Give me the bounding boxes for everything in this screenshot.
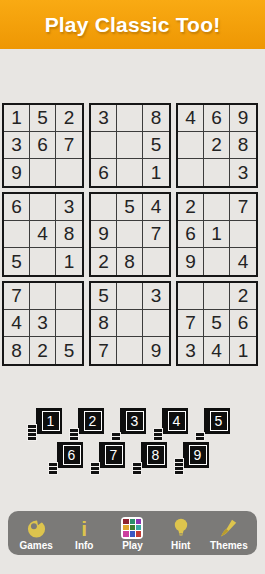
- board-band-1: 152367938561469283: [2, 103, 258, 188]
- sudoku-cell-r2c3[interactable]: 7: [56, 132, 82, 159]
- sudoku-cell-r9c2[interactable]: 2: [30, 337, 56, 364]
- sudoku-cell-r9c9[interactable]: 1: [230, 337, 256, 364]
- sudoku-cell-r3c8[interactable]: [204, 159, 230, 186]
- sudoku-cell-r2c7[interactable]: [178, 132, 204, 159]
- sudoku-cell-r6c7[interactable]: 9: [178, 248, 204, 275]
- info-icon: i: [81, 516, 87, 539]
- number-button-label: 7: [105, 445, 123, 465]
- sudoku-cell-r1c1[interactable]: 1: [4, 105, 30, 132]
- sudoku-cell-r7c5[interactable]: [117, 283, 143, 310]
- sudoku-cell-r1c4[interactable]: 3: [91, 105, 117, 132]
- sudoku-cell-r4c5[interactable]: 5: [117, 194, 143, 221]
- sudoku-cell-r8c1[interactable]: 4: [4, 310, 30, 337]
- sudoku-cell-r8c5[interactable]: [117, 310, 143, 337]
- sudoku-cell-r2c8[interactable]: 2: [204, 132, 230, 159]
- sudoku-cell-r4c1[interactable]: 6: [4, 194, 30, 221]
- toolbar-item-label: Info: [75, 540, 93, 551]
- number-button-3[interactable]: 3: [120, 408, 146, 434]
- sudoku-cell-r3c5[interactable]: [117, 159, 143, 186]
- sudoku-cell-r7c6[interactable]: 3: [143, 283, 169, 310]
- sudoku-cell-r9c5[interactable]: [117, 337, 143, 364]
- number-button-label: 5: [210, 411, 228, 431]
- sudoku-cell-r3c9[interactable]: 3: [230, 159, 256, 186]
- number-button-6[interactable]: 6: [57, 442, 83, 468]
- sudoku-cell-r7c9[interactable]: 2: [230, 283, 256, 310]
- sudoku-cell-r9c4[interactable]: 7: [91, 337, 117, 364]
- sudoku-box-7: 743825: [2, 281, 84, 366]
- sudoku-cell-r1c8[interactable]: 6: [204, 105, 230, 132]
- sudoku-cell-r6c9[interactable]: 4: [230, 248, 256, 275]
- sudoku-cell-r6c3[interactable]: 1: [56, 248, 82, 275]
- toolbar-item-themes[interactable]: Themes: [205, 516, 253, 551]
- bottom-toolbar: GamesiInfoPlayHintThemes: [8, 511, 257, 555]
- sudoku-cell-r9c7[interactable]: 3: [178, 337, 204, 364]
- number-button-label: 1: [42, 411, 60, 431]
- toolbar-item-label: Hint: [171, 540, 190, 551]
- sudoku-cell-r1c9[interactable]: 9: [230, 105, 256, 132]
- sudoku-cell-r7c4[interactable]: 5: [91, 283, 117, 310]
- sudoku-cell-r3c4[interactable]: 6: [91, 159, 117, 186]
- remaining-count-stack: [153, 429, 163, 441]
- sudoku-cell-r5c1[interactable]: [4, 221, 30, 248]
- sudoku-cell-r1c7[interactable]: 4: [178, 105, 204, 132]
- sudoku-cell-r5c4[interactable]: 9: [91, 221, 117, 248]
- sudoku-cell-r6c4[interactable]: 2: [91, 248, 117, 275]
- sudoku-cell-r5c6[interactable]: 7: [143, 221, 169, 248]
- sudoku-box-9: 2756341: [176, 281, 258, 366]
- sudoku-cell-r6c5[interactable]: 8: [117, 248, 143, 275]
- sudoku-cell-r5c8[interactable]: 1: [204, 221, 230, 248]
- board-band-3: 743825538792756341: [2, 281, 258, 366]
- number-button-5[interactable]: 5: [204, 408, 230, 434]
- sudoku-cell-r4c3[interactable]: 3: [56, 194, 82, 221]
- number-button-label: 8: [147, 445, 165, 465]
- remaining-count-stack: [27, 425, 37, 441]
- sudoku-cell-r4c2[interactable]: [30, 194, 56, 221]
- board-band-2: 634851549728276194: [2, 192, 258, 277]
- sudoku-app: Play Classic Too! 1523679385614692836348…: [0, 0, 265, 574]
- number-pad: 123456789: [0, 408, 265, 468]
- sudoku-cell-r9c3[interactable]: 5: [56, 337, 82, 364]
- sudoku-cell-r1c5[interactable]: [117, 105, 143, 132]
- sudoku-cell-r6c8[interactable]: [204, 248, 230, 275]
- sudoku-cell-r5c7[interactable]: 6: [178, 221, 204, 248]
- sudoku-cell-r8c4[interactable]: 8: [91, 310, 117, 337]
- number-button-8[interactable]: 8: [141, 442, 167, 468]
- sudoku-cell-r1c6[interactable]: 8: [143, 105, 169, 132]
- sudoku-cell-r5c3[interactable]: 8: [56, 221, 82, 248]
- sudoku-cell-r8c2[interactable]: 3: [30, 310, 56, 337]
- number-button-1[interactable]: 1: [36, 408, 62, 434]
- toolbar-item-label: Themes: [210, 540, 248, 551]
- sudoku-cell-r8c9[interactable]: 6: [230, 310, 256, 337]
- themes-brush-icon: [218, 516, 240, 539]
- toolbar-item-info[interactable]: iInfo: [60, 516, 108, 551]
- sudoku-cell-r4c6[interactable]: 4: [143, 194, 169, 221]
- sudoku-box-2: 38561: [89, 103, 171, 188]
- number-button-label: 3: [126, 411, 144, 431]
- sudoku-cell-r2c1[interactable]: 3: [4, 132, 30, 159]
- sudoku-cell-r2c4[interactable]: [91, 132, 117, 159]
- sudoku-cell-r3c7[interactable]: [178, 159, 204, 186]
- number-button-label: 4: [168, 411, 186, 431]
- remaining-count-stack: [111, 433, 121, 441]
- remaining-count-stack: [90, 463, 100, 475]
- sudoku-cell-r6c2[interactable]: [30, 248, 56, 275]
- sudoku-cell-r3c1[interactable]: 9: [4, 159, 30, 186]
- sudoku-cell-r8c8[interactable]: 5: [204, 310, 230, 337]
- sudoku-cell-r7c3[interactable]: [56, 283, 82, 310]
- toolbar-item-hint[interactable]: Hint: [157, 516, 205, 551]
- number-button-label: 9: [189, 445, 207, 465]
- sudoku-cell-r3c3[interactable]: [56, 159, 82, 186]
- number-button-4[interactable]: 4: [162, 408, 188, 434]
- sudoku-cell-r8c3[interactable]: [56, 310, 82, 337]
- sudoku-cell-r2c2[interactable]: 6: [30, 132, 56, 159]
- sudoku-cell-r7c1[interactable]: 7: [4, 283, 30, 310]
- sudoku-cell-r4c9[interactable]: 7: [230, 194, 256, 221]
- sudoku-box-8: 53879: [89, 281, 171, 366]
- remaining-count-stack: [195, 433, 205, 441]
- hint-bulb-icon: [171, 516, 191, 539]
- toolbar-item-play[interactable]: Play: [108, 516, 156, 551]
- number-button-7[interactable]: 7: [99, 442, 125, 468]
- sudoku-cell-r4c8[interactable]: [204, 194, 230, 221]
- sudoku-cell-r2c5[interactable]: [117, 132, 143, 159]
- header-title: Play Classic Too!: [45, 13, 221, 37]
- sudoku-box-1: 1523679: [2, 103, 84, 188]
- sudoku-cell-r3c6[interactable]: 1: [143, 159, 169, 186]
- remaining-count-stack: [174, 459, 184, 475]
- number-button-label: 6: [63, 445, 81, 465]
- sudoku-box-3: 469283: [176, 103, 258, 188]
- sudoku-cell-r5c5[interactable]: [117, 221, 143, 248]
- sudoku-cell-r8c6[interactable]: [143, 310, 169, 337]
- sudoku-cell-r9c1[interactable]: 8: [4, 337, 30, 364]
- numpad-row-1: 12345: [36, 408, 230, 434]
- play-grid-icon: [121, 516, 143, 539]
- sudoku-cell-r2c9[interactable]: 8: [230, 132, 256, 159]
- sudoku-cell-r6c6[interactable]: [143, 248, 169, 275]
- sudoku-cell-r7c2[interactable]: [30, 283, 56, 310]
- sudoku-cell-r5c9[interactable]: [230, 221, 256, 248]
- sudoku-cell-r9c6[interactable]: 9: [143, 337, 169, 364]
- sudoku-cell-r8c7[interactable]: 7: [178, 310, 204, 337]
- sudoku-cell-r1c2[interactable]: 5: [30, 105, 56, 132]
- sudoku-cell-r4c4[interactable]: [91, 194, 117, 221]
- sudoku-cell-r7c8[interactable]: [204, 283, 230, 310]
- sudoku-box-5: 549728: [89, 192, 171, 277]
- sudoku-cell-r4c7[interactable]: 2: [178, 194, 204, 221]
- number-button-9[interactable]: 9: [183, 442, 209, 468]
- toolbar-item-games[interactable]: Games: [12, 516, 60, 551]
- remaining-count-stack: [69, 429, 79, 441]
- games-icon: [26, 516, 47, 539]
- remaining-count-stack: [48, 463, 58, 475]
- sudoku-cell-r9c8[interactable]: 4: [204, 337, 230, 364]
- sudoku-box-6: 276194: [176, 192, 258, 277]
- sudoku-cell-r3c2[interactable]: [30, 159, 56, 186]
- numpad-row-2: 6789: [57, 442, 209, 468]
- number-button-label: 2: [84, 411, 102, 431]
- sudoku-box-4: 634851: [2, 192, 84, 277]
- remaining-count-stack: [132, 463, 142, 475]
- sudoku-cell-r1c3[interactable]: 2: [56, 105, 82, 132]
- header-banner[interactable]: Play Classic Too!: [0, 0, 265, 49]
- sudoku-cell-r2c6[interactable]: 5: [143, 132, 169, 159]
- number-button-2[interactable]: 2: [78, 408, 104, 434]
- toolbar-item-label: Games: [19, 540, 52, 551]
- sudoku-cell-r7c7[interactable]: [178, 283, 204, 310]
- sudoku-cell-r6c1[interactable]: 5: [4, 248, 30, 275]
- sudoku-board: 1523679385614692836348515497282761947438…: [2, 103, 258, 366]
- sudoku-cell-r5c2[interactable]: 4: [30, 221, 56, 248]
- toolbar-item-label: Play: [122, 540, 143, 551]
